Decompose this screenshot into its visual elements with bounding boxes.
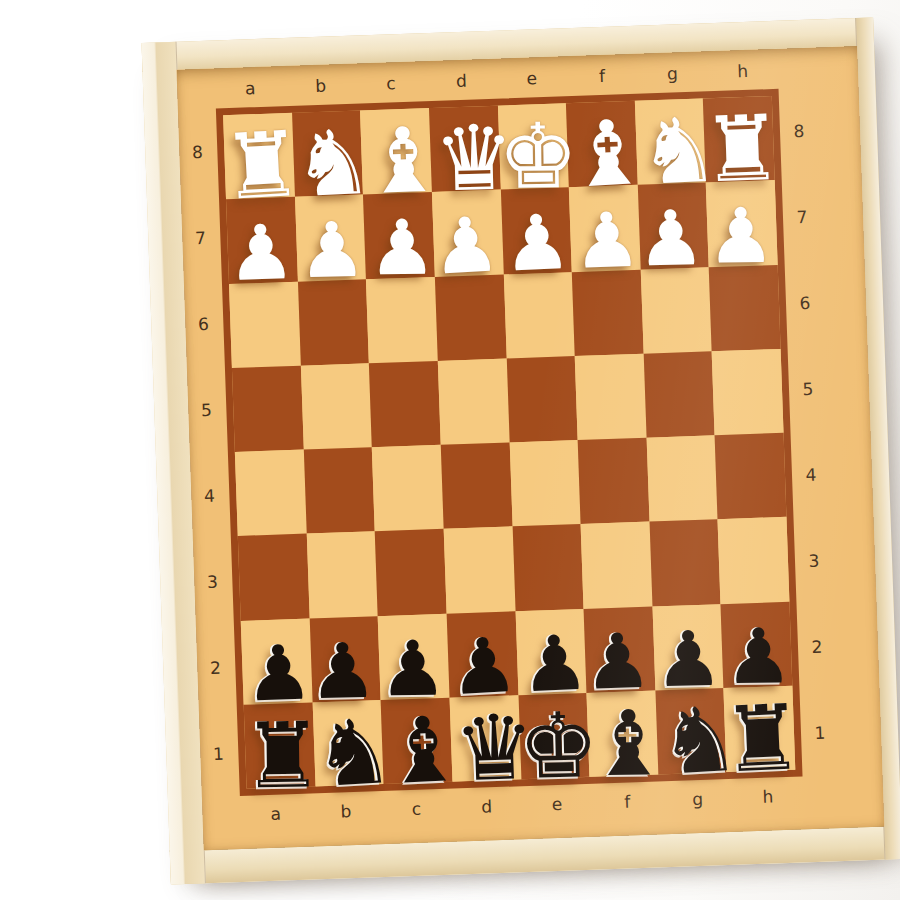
black-pawn-a2: ♟ <box>243 634 314 712</box>
square-g5 <box>643 351 715 438</box>
square-h8: ♜ <box>703 96 775 183</box>
square-e1: ♚ <box>518 693 590 780</box>
square-h6 <box>709 264 781 351</box>
file-label-top-f: f <box>566 62 637 90</box>
square-c3 <box>375 529 447 616</box>
square-f4 <box>578 438 650 525</box>
rank-label-left-8: 8 <box>178 109 217 196</box>
black-rook-a1: ♜ <box>242 710 312 801</box>
white-pawn-a7: ♟ <box>226 213 297 291</box>
square-e8: ♚ <box>497 103 569 190</box>
square-a7: ♟ <box>226 197 298 284</box>
square-h4 <box>715 433 787 520</box>
demonstration-chessboard: abcdefgh abcdefgh 87654321 87654321 ♜♞♝♛… <box>142 17 900 884</box>
square-c8: ♝ <box>360 108 432 195</box>
square-c6 <box>366 276 438 363</box>
square-h2: ♟ <box>721 601 793 688</box>
square-a3 <box>238 534 310 621</box>
square-d3 <box>444 527 516 614</box>
black-pawn-h2: ♟ <box>724 618 794 695</box>
file-label-bottom-c: c <box>381 795 452 823</box>
file-label-top-d: d <box>426 67 497 95</box>
square-a5 <box>232 365 304 452</box>
square-c2: ♟ <box>378 613 450 700</box>
square-d8: ♛ <box>429 106 501 193</box>
square-g8: ♞ <box>635 98 707 185</box>
file-label-top-a: a <box>215 74 286 102</box>
square-b6 <box>298 279 370 366</box>
square-e4 <box>509 440 581 527</box>
square-c4 <box>372 445 444 532</box>
square-d7: ♟ <box>432 190 504 277</box>
square-d6 <box>435 274 507 361</box>
white-pawn-f7: ♟ <box>572 201 643 279</box>
square-h1: ♜ <box>724 685 796 772</box>
file-label-bottom-d: d <box>451 792 522 820</box>
square-e3 <box>512 524 584 611</box>
board-surface: abcdefgh abcdefgh 87654321 87654321 ♜♞♝♛… <box>176 46 884 850</box>
rank-label-right-4: 4 <box>793 431 830 518</box>
square-a2: ♟ <box>241 618 313 705</box>
rank-label-left-7: 7 <box>181 194 220 281</box>
square-g4 <box>646 435 718 522</box>
black-bishop-c1: ♝ <box>382 704 455 797</box>
square-b4 <box>303 447 375 534</box>
black-pawn-c2: ♟ <box>378 630 448 707</box>
file-label-top-e: e <box>496 64 567 92</box>
square-g7: ♟ <box>638 183 710 270</box>
square-h5 <box>712 349 784 436</box>
square-b1: ♞ <box>312 700 384 787</box>
square-c1: ♝ <box>381 697 453 784</box>
black-pawn-d2: ♟ <box>447 626 520 706</box>
square-f2: ♟ <box>584 606 656 693</box>
black-queen-d1: ♛ <box>453 702 525 794</box>
square-f6 <box>572 269 644 356</box>
square-a4 <box>235 450 307 537</box>
rank-label-right-2: 2 <box>799 603 836 690</box>
black-knight-b1: ♞ <box>311 706 385 800</box>
square-f3 <box>581 522 653 609</box>
square-e6 <box>503 272 575 359</box>
file-label-bottom-e: e <box>521 790 592 818</box>
black-pawn-f2: ♟ <box>582 622 653 700</box>
rank-label-right-5: 5 <box>790 345 827 432</box>
square-g1: ♞ <box>655 688 727 775</box>
square-e5 <box>506 356 578 443</box>
rank-label-left-3: 3 <box>193 538 232 625</box>
rank-label-left-1: 1 <box>199 710 238 797</box>
square-e7: ♟ <box>500 187 572 274</box>
rank-label-left-2: 2 <box>196 624 235 711</box>
white-pawn-e7: ♟ <box>501 203 573 282</box>
square-d2: ♟ <box>446 611 518 698</box>
square-f7: ♟ <box>569 185 641 272</box>
square-d5 <box>438 358 510 445</box>
square-g2: ♟ <box>652 604 724 691</box>
white-pawn-h7: ♟ <box>706 197 776 274</box>
square-e2: ♟ <box>515 608 587 695</box>
square-d1: ♛ <box>449 695 521 782</box>
file-label-bottom-g: g <box>662 785 733 813</box>
square-b7: ♟ <box>295 195 367 282</box>
file-label-top-c: c <box>355 69 426 97</box>
square-h3 <box>718 517 790 604</box>
black-rook-h1: ♜ <box>721 692 794 785</box>
rank-label-right-7: 7 <box>784 174 821 261</box>
square-h7: ♟ <box>706 180 778 267</box>
black-pawn-b2: ♟ <box>307 632 377 710</box>
rank-label-right-1: 1 <box>802 689 839 776</box>
rank-label-right-8: 8 <box>781 88 818 175</box>
square-g3 <box>649 519 721 606</box>
square-a6 <box>229 281 301 368</box>
square-f5 <box>575 353 647 440</box>
file-label-top-b: b <box>285 72 356 100</box>
black-knight-g1: ♞ <box>657 694 731 788</box>
rank-label-left-5: 5 <box>187 366 226 453</box>
square-b2: ♟ <box>309 616 381 703</box>
black-pawn-g2: ♟ <box>653 620 723 698</box>
rank-label-right-3: 3 <box>796 517 833 604</box>
black-pawn-e2: ♟ <box>518 624 590 703</box>
rank-label-right-6: 6 <box>787 259 824 346</box>
chessboard-grid: ♜♞♝♛♚♝♞♜♟♟♟♟♟♟♟♟♟♟♟♟♟♟♟♟♜♞♝♛♚♝♞♜ <box>216 89 803 796</box>
square-f1: ♝ <box>587 690 659 777</box>
square-d4 <box>441 442 513 529</box>
square-f8: ♝ <box>566 101 638 188</box>
file-label-bottom-a: a <box>240 800 311 828</box>
white-pawn-b7: ♟ <box>297 211 367 289</box>
square-c7: ♟ <box>363 192 435 279</box>
file-label-bottom-f: f <box>592 787 663 815</box>
rank-label-left-6: 6 <box>184 280 223 367</box>
square-g6 <box>640 267 712 354</box>
file-label-bottom-b: b <box>310 797 381 825</box>
square-b5 <box>301 363 373 450</box>
file-label-top-h: h <box>707 57 778 85</box>
white-pawn-c7: ♟ <box>368 209 438 286</box>
rank-label-left-4: 4 <box>190 452 229 539</box>
black-bishop-f1: ♝ <box>588 698 658 789</box>
white-pawn-d7: ♟ <box>430 205 503 285</box>
black-king-e1: ♚ <box>517 700 588 792</box>
file-label-top-g: g <box>637 59 708 87</box>
square-b8: ♞ <box>292 110 364 197</box>
file-label-bottom-h: h <box>732 782 803 810</box>
square-a1: ♜ <box>244 702 316 789</box>
white-pawn-g7: ♟ <box>635 199 705 277</box>
square-a8: ♜ <box>223 113 295 200</box>
square-b3 <box>306 531 378 618</box>
square-c5 <box>369 361 441 448</box>
